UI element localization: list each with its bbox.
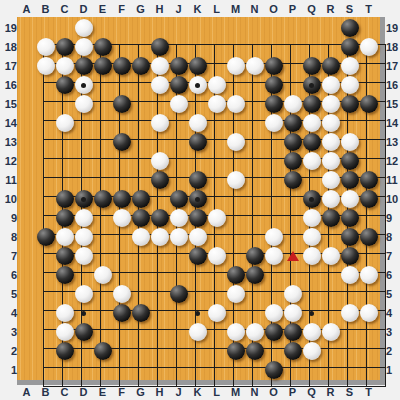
stone-black-C7 <box>56 247 74 265</box>
column-label-top-R: R <box>322 3 340 15</box>
column-label-top-N: N <box>246 3 264 15</box>
stone-white-M5 <box>227 285 245 303</box>
stone-white-C14 <box>56 114 74 132</box>
stone-black-D3 <box>75 323 93 341</box>
stone-white-P5 <box>284 285 302 303</box>
stone-black-E18 <box>94 38 112 56</box>
row-label-right-5: 5 <box>386 288 400 300</box>
stone-white-D18 <box>75 38 93 56</box>
stone-black-M6 <box>227 266 245 284</box>
stone-black-C6 <box>56 266 74 284</box>
stone-black-N6 <box>246 266 264 284</box>
stone-black-C18 <box>56 38 74 56</box>
stone-white-B17 <box>37 57 55 75</box>
stone-white-D15 <box>75 95 93 113</box>
stone-black-P13 <box>284 133 302 151</box>
stone-black-Q13 <box>303 133 321 151</box>
column-label-top-A: A <box>18 3 36 15</box>
stone-black-H18 <box>151 38 169 56</box>
column-label-bottom-F: F <box>113 386 131 398</box>
stone-white-Q12 <box>303 152 321 170</box>
stone-white-R11 <box>322 171 340 189</box>
column-label-bottom-O: O <box>265 386 283 398</box>
column-label-bottom-B: B <box>37 386 55 398</box>
stone-black-N2 <box>246 342 264 360</box>
stone-black-K11 <box>189 171 207 189</box>
stone-black-C16 <box>56 76 74 94</box>
row-label-right-4: 4 <box>386 307 400 319</box>
stone-white-R3 <box>322 323 340 341</box>
row-label-right-17: 17 <box>386 60 400 72</box>
stone-black-K10 <box>189 190 207 208</box>
row-label-left-6: 6 <box>1 269 17 281</box>
column-label-top-O: O <box>265 3 283 15</box>
column-label-bottom-S: S <box>341 386 359 398</box>
stone-white-Q2 <box>303 342 321 360</box>
stone-white-R15 <box>322 95 340 113</box>
stone-white-M3 <box>227 323 245 341</box>
row-label-right-3: 3 <box>386 326 400 338</box>
stone-black-G17 <box>132 57 150 75</box>
stone-white-L7 <box>208 247 226 265</box>
stone-white-P15 <box>284 95 302 113</box>
stone-black-T15 <box>360 95 378 113</box>
column-label-bottom-C: C <box>56 386 74 398</box>
stone-black-P3 <box>284 323 302 341</box>
column-label-top-Q: Q <box>303 3 321 15</box>
stone-white-M15 <box>227 95 245 113</box>
stone-white-Q9 <box>303 209 321 227</box>
stone-white-R7 <box>322 247 340 265</box>
row-label-right-6: 6 <box>386 269 400 281</box>
stone-white-L16 <box>208 76 226 94</box>
stone-white-O7 <box>265 247 283 265</box>
stone-black-O17 <box>265 57 283 75</box>
stone-black-S8 <box>341 228 359 246</box>
column-label-bottom-N: N <box>246 386 264 398</box>
stone-black-J16 <box>170 76 188 94</box>
stone-white-K3 <box>189 323 207 341</box>
row-label-right-1: 1 <box>386 364 400 376</box>
stone-black-C9 <box>56 209 74 227</box>
stone-white-D19 <box>75 19 93 37</box>
row-label-left-7: 7 <box>1 250 17 262</box>
row-label-right-14: 14 <box>386 117 400 129</box>
stone-white-Q14 <box>303 114 321 132</box>
column-label-bottom-R: R <box>322 386 340 398</box>
stone-white-P4 <box>284 304 302 322</box>
row-label-right-12: 12 <box>386 155 400 167</box>
stone-black-K7 <box>189 247 207 265</box>
stone-black-N7 <box>246 247 264 265</box>
stone-black-F13 <box>113 133 131 151</box>
row-label-right-7: 7 <box>386 250 400 262</box>
stone-white-L15 <box>208 95 226 113</box>
stone-black-E2 <box>94 342 112 360</box>
row-label-right-16: 16 <box>386 79 400 91</box>
stone-white-S13 <box>341 133 359 151</box>
column-label-bottom-E: E <box>94 386 112 398</box>
column-label-bottom-L: L <box>208 386 226 398</box>
stone-black-K13 <box>189 133 207 151</box>
stone-black-E10 <box>94 190 112 208</box>
stone-black-J10 <box>170 190 188 208</box>
stone-black-S12 <box>341 152 359 170</box>
stone-white-D16 <box>75 76 93 94</box>
column-label-top-L: L <box>208 3 226 15</box>
stone-black-Q16 <box>303 76 321 94</box>
stone-black-P11 <box>284 171 302 189</box>
stone-white-K14 <box>189 114 207 132</box>
stone-black-O1 <box>265 361 283 379</box>
column-label-bottom-G: G <box>132 386 150 398</box>
stone-white-Q8 <box>303 228 321 246</box>
go-board-window: AABBCCDDEEFFGGHHJJKKLLMMNNOOPPQQRRSSTT19… <box>0 0 400 400</box>
stone-black-P2 <box>284 342 302 360</box>
column-label-top-P: P <box>284 3 302 15</box>
stone-white-M17 <box>227 57 245 75</box>
stone-white-F5 <box>113 285 131 303</box>
stone-white-J8 <box>170 228 188 246</box>
column-label-top-C: C <box>56 3 74 15</box>
stone-black-F10 <box>113 190 131 208</box>
stone-black-Q10 <box>303 190 321 208</box>
stone-white-T4 <box>360 304 378 322</box>
stone-white-B18 <box>37 38 55 56</box>
column-label-top-B: B <box>37 3 55 15</box>
row-label-left-5: 5 <box>1 288 17 300</box>
stone-black-G9 <box>132 209 150 227</box>
stone-white-J15 <box>170 95 188 113</box>
stone-white-J9 <box>170 209 188 227</box>
row-label-left-10: 10 <box>1 193 17 205</box>
stone-white-G8 <box>132 228 150 246</box>
stone-white-Q7 <box>303 247 321 265</box>
stone-black-S15 <box>341 95 359 113</box>
stone-black-S19 <box>341 19 359 37</box>
stone-black-C10 <box>56 190 74 208</box>
stone-white-O14 <box>265 114 283 132</box>
stone-white-S10 <box>341 190 359 208</box>
stone-white-M11 <box>227 171 245 189</box>
stone-white-T6 <box>360 266 378 284</box>
stone-white-R12 <box>322 152 340 170</box>
column-label-top-E: E <box>94 3 112 15</box>
row-label-right-19: 19 <box>386 22 400 34</box>
row-label-right-18: 18 <box>386 41 400 53</box>
stone-white-L9 <box>208 209 226 227</box>
stone-white-C4 <box>56 304 74 322</box>
stone-black-S18 <box>341 38 359 56</box>
row-label-right-15: 15 <box>386 98 400 110</box>
stone-black-O15 <box>265 95 283 113</box>
row-label-right-8: 8 <box>386 231 400 243</box>
stone-black-K9 <box>189 209 207 227</box>
row-label-left-9: 9 <box>1 212 17 224</box>
row-label-left-16: 16 <box>1 79 17 91</box>
stone-white-F9 <box>113 209 131 227</box>
stone-white-L4 <box>208 304 226 322</box>
stone-white-H16 <box>151 76 169 94</box>
column-label-bottom-A: A <box>18 386 36 398</box>
row-label-right-11: 11 <box>386 174 400 186</box>
row-label-left-19: 19 <box>1 22 17 34</box>
row-label-left-11: 11 <box>1 174 17 186</box>
stone-white-H8 <box>151 228 169 246</box>
stone-black-T11 <box>360 171 378 189</box>
column-label-top-F: F <box>113 3 131 15</box>
column-label-bottom-P: P <box>284 386 302 398</box>
row-label-left-13: 13 <box>1 136 17 148</box>
stone-white-N3 <box>246 323 264 341</box>
stone-white-S6 <box>341 266 359 284</box>
stone-white-S17 <box>341 57 359 75</box>
row-label-left-8: 8 <box>1 231 17 243</box>
stone-white-R14 <box>322 114 340 132</box>
stone-black-D10 <box>75 190 93 208</box>
stone-black-O3 <box>265 323 283 341</box>
row-label-left-3: 3 <box>1 326 17 338</box>
stone-white-D7 <box>75 247 93 265</box>
stone-black-T8 <box>360 228 378 246</box>
stone-black-H9 <box>151 209 169 227</box>
stone-black-F15 <box>113 95 131 113</box>
stone-black-P12 <box>284 152 302 170</box>
column-label-top-J: J <box>170 3 188 15</box>
stone-white-H17 <box>151 57 169 75</box>
row-label-left-12: 12 <box>1 155 17 167</box>
column-label-top-M: M <box>227 3 245 15</box>
stone-black-C2 <box>56 342 74 360</box>
stone-black-S9 <box>341 209 359 227</box>
stone-white-S4 <box>341 304 359 322</box>
stone-black-E17 <box>94 57 112 75</box>
stone-black-D17 <box>75 57 93 75</box>
column-label-top-K: K <box>189 3 207 15</box>
row-label-right-10: 10 <box>386 193 400 205</box>
stone-white-K8 <box>189 228 207 246</box>
column-label-top-T: T <box>360 3 378 15</box>
stone-white-O8 <box>265 228 283 246</box>
stone-black-G10 <box>132 190 150 208</box>
row-label-right-2: 2 <box>386 345 400 357</box>
stone-black-T10 <box>360 190 378 208</box>
stone-white-D8 <box>75 228 93 246</box>
column-label-bottom-H: H <box>151 386 169 398</box>
stone-black-R17 <box>322 57 340 75</box>
stone-black-P14 <box>284 114 302 132</box>
stone-black-J5 <box>170 285 188 303</box>
stone-white-M13 <box>227 133 245 151</box>
stone-black-Q17 <box>303 57 321 75</box>
stone-white-R13 <box>322 133 340 151</box>
stone-black-S7 <box>341 247 359 265</box>
column-label-bottom-M: M <box>227 386 245 398</box>
row-label-right-9: 9 <box>386 212 400 224</box>
stone-black-O16 <box>265 76 283 94</box>
stone-white-Q3 <box>303 323 321 341</box>
column-label-bottom-J: J <box>170 386 188 398</box>
stone-black-J17 <box>170 57 188 75</box>
stone-black-Q15 <box>303 95 321 113</box>
stone-white-O4 <box>265 304 283 322</box>
column-label-bottom-T: T <box>360 386 378 398</box>
column-label-bottom-D: D <box>75 386 93 398</box>
stone-white-C17 <box>56 57 74 75</box>
stone-black-F4 <box>113 304 131 322</box>
last-move-triangle-marker <box>287 251 299 261</box>
column-label-top-S: S <box>341 3 359 15</box>
stone-white-C3 <box>56 323 74 341</box>
stone-black-H11 <box>151 171 169 189</box>
stone-white-S16 <box>341 76 359 94</box>
row-label-left-14: 14 <box>1 117 17 129</box>
stone-white-R16 <box>322 76 340 94</box>
column-label-top-H: H <box>151 3 169 15</box>
stone-white-E6 <box>94 266 112 284</box>
stone-black-G4 <box>132 304 150 322</box>
stone-black-M2 <box>227 342 245 360</box>
column-label-bottom-K: K <box>189 386 207 398</box>
stone-white-H14 <box>151 114 169 132</box>
stone-white-N17 <box>246 57 264 75</box>
row-label-left-4: 4 <box>1 307 17 319</box>
stone-white-R10 <box>322 190 340 208</box>
stone-white-C8 <box>56 228 74 246</box>
row-label-left-2: 2 <box>1 345 17 357</box>
stone-white-H12 <box>151 152 169 170</box>
stone-black-F17 <box>113 57 131 75</box>
row-label-left-18: 18 <box>1 41 17 53</box>
stone-white-K16 <box>189 76 207 94</box>
stone-black-B8 <box>37 228 55 246</box>
row-label-right-13: 13 <box>386 136 400 148</box>
stone-white-D9 <box>75 209 93 227</box>
row-label-left-1: 1 <box>1 364 17 376</box>
stone-black-R9 <box>322 209 340 227</box>
column-label-top-D: D <box>75 3 93 15</box>
stone-white-T18 <box>360 38 378 56</box>
column-label-top-G: G <box>132 3 150 15</box>
stone-black-K17 <box>189 57 207 75</box>
stone-white-D5 <box>75 285 93 303</box>
row-label-left-15: 15 <box>1 98 17 110</box>
row-label-left-17: 17 <box>1 60 17 72</box>
stone-black-S11 <box>341 171 359 189</box>
column-label-bottom-Q: Q <box>303 386 321 398</box>
